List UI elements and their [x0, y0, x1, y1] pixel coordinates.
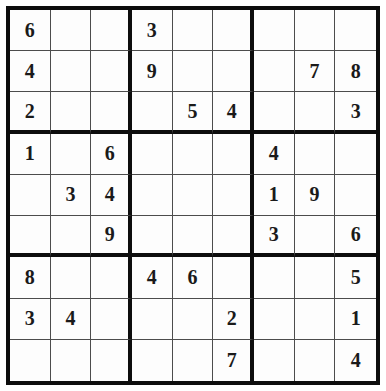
cell-r8c9-given: 1: [335, 299, 376, 340]
cell-r3c9-given: 3: [335, 92, 376, 133]
cell-r1c5-empty[interactable]: [173, 10, 214, 51]
cell-r2c6-empty[interactable]: [213, 51, 254, 92]
cell-r1c6-empty[interactable]: [213, 10, 254, 51]
cell-r9c1-empty[interactable]: [10, 340, 51, 381]
cell-r6c8-empty[interactable]: [295, 216, 336, 257]
cell-r5c8-given: 9: [295, 175, 336, 216]
cell-r8c3-empty[interactable]: [91, 299, 132, 340]
cell-r1c9-empty[interactable]: [335, 10, 376, 51]
cell-r6c2-empty[interactable]: [51, 216, 92, 257]
cell-r9c6-given: 7: [213, 340, 254, 381]
cell-r2c5-empty[interactable]: [173, 51, 214, 92]
cell-r4c5-empty[interactable]: [173, 134, 214, 175]
cell-r2c9-given: 8: [335, 51, 376, 92]
cell-r2c1-given: 4: [10, 51, 51, 92]
cell-r4c2-empty[interactable]: [51, 134, 92, 175]
cell-r8c8-empty[interactable]: [295, 299, 336, 340]
cell-r4c9-empty[interactable]: [335, 134, 376, 175]
cell-r3c7-empty[interactable]: [254, 92, 295, 133]
cell-r4c7-given: 4: [254, 134, 295, 175]
cell-r1c3-empty[interactable]: [91, 10, 132, 51]
cell-r5c2-given: 3: [51, 175, 92, 216]
cell-r5c3-given: 4: [91, 175, 132, 216]
cell-r4c3-given: 6: [91, 134, 132, 175]
cell-r2c3-empty[interactable]: [91, 51, 132, 92]
cell-r3c4-empty[interactable]: [132, 92, 173, 133]
cell-r5c1-empty[interactable]: [10, 175, 51, 216]
cell-r3c1-given: 2: [10, 92, 51, 133]
cell-r9c7-empty[interactable]: [254, 340, 295, 381]
cell-r7c6-empty[interactable]: [213, 257, 254, 298]
cell-r4c8-empty[interactable]: [295, 134, 336, 175]
cell-r3c3-empty[interactable]: [91, 92, 132, 133]
sudoku-board-wrap: 634978254316434199368465342174: [6, 6, 380, 385]
cell-r6c5-empty[interactable]: [173, 216, 214, 257]
cell-r3c5-given: 5: [173, 92, 214, 133]
cell-r9c2-empty[interactable]: [51, 340, 92, 381]
cell-r7c7-empty[interactable]: [254, 257, 295, 298]
cell-r5c7-given: 1: [254, 175, 295, 216]
cell-r6c9-given: 6: [335, 216, 376, 257]
cell-r2c7-empty[interactable]: [254, 51, 295, 92]
cell-r6c3-given: 9: [91, 216, 132, 257]
cell-r1c7-empty[interactable]: [254, 10, 295, 51]
cell-r6c7-given: 3: [254, 216, 295, 257]
cell-r7c9-given: 5: [335, 257, 376, 298]
cell-r1c1-given: 6: [10, 10, 51, 51]
cell-r6c6-empty[interactable]: [213, 216, 254, 257]
sudoku-board: 634978254316434199368465342174: [6, 6, 380, 385]
cell-r5c4-empty[interactable]: [132, 175, 173, 216]
cell-r5c6-empty[interactable]: [213, 175, 254, 216]
cell-r8c6-given: 2: [213, 299, 254, 340]
cell-r3c2-empty[interactable]: [51, 92, 92, 133]
cell-r6c4-empty[interactable]: [132, 216, 173, 257]
cell-r8c5-empty[interactable]: [173, 299, 214, 340]
cell-r1c2-empty[interactable]: [51, 10, 92, 51]
cell-r5c5-empty[interactable]: [173, 175, 214, 216]
cell-r9c8-empty[interactable]: [295, 340, 336, 381]
cell-r9c9-given: 4: [335, 340, 376, 381]
cell-r7c1-given: 8: [10, 257, 51, 298]
cell-r8c4-empty[interactable]: [132, 299, 173, 340]
cell-r9c5-empty[interactable]: [173, 340, 214, 381]
cell-r8c2-given: 4: [51, 299, 92, 340]
cell-r7c2-empty[interactable]: [51, 257, 92, 298]
cell-r7c3-empty[interactable]: [91, 257, 132, 298]
cell-r7c8-empty[interactable]: [295, 257, 336, 298]
cell-r2c2-empty[interactable]: [51, 51, 92, 92]
cell-r3c6-given: 4: [213, 92, 254, 133]
cell-r1c8-empty[interactable]: [295, 10, 336, 51]
cell-r3c8-empty[interactable]: [295, 92, 336, 133]
cell-r1c4-given: 3: [132, 10, 173, 51]
cell-r4c1-given: 1: [10, 134, 51, 175]
cell-r7c4-given: 4: [132, 257, 173, 298]
cell-r8c1-given: 3: [10, 299, 51, 340]
cell-r9c3-empty[interactable]: [91, 340, 132, 381]
cell-r4c4-empty[interactable]: [132, 134, 173, 175]
cell-r2c8-given: 7: [295, 51, 336, 92]
cell-r7c5-given: 6: [173, 257, 214, 298]
cell-r2c4-given: 9: [132, 51, 173, 92]
cell-r9c4-empty[interactable]: [132, 340, 173, 381]
cell-r8c7-empty[interactable]: [254, 299, 295, 340]
cell-r4c6-empty[interactable]: [213, 134, 254, 175]
cell-r6c1-empty[interactable]: [10, 216, 51, 257]
cell-r5c9-empty[interactable]: [335, 175, 376, 216]
